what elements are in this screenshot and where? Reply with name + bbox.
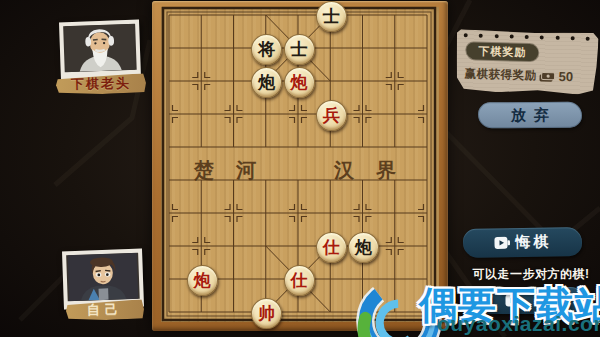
piece-red-炮[interactable]: 炮: [284, 67, 315, 98]
game-screen: 楚河 汉界 士将士炮炮兵仕炮炮仕帅 下棋老头: [0, 0, 600, 337]
reward-desc: 赢棋获得奖励: [464, 66, 536, 83]
piece-black-炮[interactable]: 炮: [251, 67, 282, 98]
paper-holes: [464, 33, 590, 41]
opponent-avatar: [59, 20, 141, 81]
piece-red-仕[interactable]: 仕: [284, 265, 315, 296]
piece-black-炮[interactable]: 炮: [348, 232, 379, 263]
video-ad-icon: [493, 236, 509, 249]
give-up-button[interactable]: 放弃: [478, 102, 582, 129]
old-man-avatar-icon: [63, 24, 137, 72]
piece-red-炮[interactable]: 炮: [187, 265, 218, 296]
reward-title-ribbon: 下棋奖励: [466, 42, 538, 61]
piece-black-将[interactable]: 将: [251, 34, 282, 65]
river-label-left: 楚河: [194, 157, 278, 179]
piece-red-兵[interactable]: 兵: [316, 100, 347, 131]
piece-black-士[interactable]: 士: [284, 34, 315, 65]
young-man-avatar-icon: [66, 253, 140, 301]
cash-icon: [538, 70, 556, 82]
piece-red-帅[interactable]: 帅: [251, 298, 282, 329]
reward-panel: 下棋奖励 赢棋获得奖励 50: [455, 29, 599, 95]
piece-red-仕[interactable]: 仕: [316, 232, 347, 263]
undo-button-label: 悔棋: [515, 232, 551, 252]
river-label-right: 汉界: [334, 157, 418, 179]
piece-black-士[interactable]: 士: [316, 1, 347, 32]
reward-amount: 50: [558, 69, 573, 84]
undo-button[interactable]: 悔棋: [463, 227, 582, 258]
watermark-site-url: ouyaoxiazai.com: [437, 312, 600, 336]
